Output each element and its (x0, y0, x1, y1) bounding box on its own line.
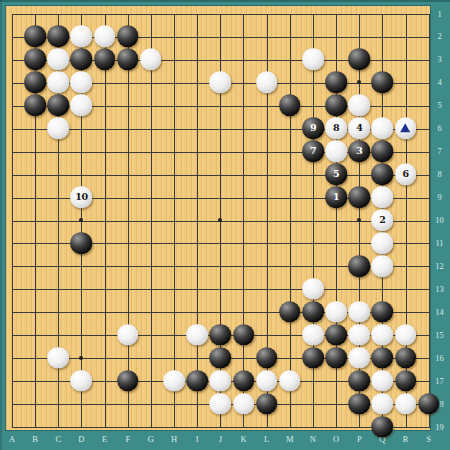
row-label-5: 5 (437, 100, 441, 110)
black-stone-C5 (48, 95, 70, 117)
move-number-9: 9 (310, 124, 316, 134)
white-stone-P14 (348, 301, 370, 323)
black-stone-Q14 (372, 301, 394, 323)
col-label-H: H (171, 434, 177, 444)
white-stone-C4 (48, 72, 70, 94)
black-stone-C2 (48, 26, 70, 48)
black-stone-P3 (348, 49, 370, 71)
black-stone-R16 (395, 347, 417, 369)
white-stone-C16 (48, 347, 70, 369)
col-label-I: I (196, 434, 199, 444)
white-stone-C3 (48, 49, 70, 71)
row-label-13: 13 (435, 284, 444, 294)
col-label-O: O (333, 434, 339, 444)
black-stone-D11 (71, 232, 93, 254)
white-stone-R18 (395, 393, 417, 415)
col-label-N: N (310, 434, 316, 444)
black-stone-M5 (279, 95, 301, 117)
black-stone-M14 (279, 301, 301, 323)
white-stone-Q9 (372, 186, 394, 208)
white-stone-J18 (210, 393, 232, 415)
white-stone-O6: 8 (325, 117, 347, 139)
col-label-L: L (264, 434, 269, 444)
black-stone-P7: 3 (348, 140, 370, 162)
move-number-5: 5 (333, 169, 339, 179)
star-point (79, 356, 83, 360)
black-stone-Q8 (372, 163, 394, 185)
black-stone-Q4 (372, 72, 394, 94)
white-stone-P5 (348, 95, 370, 117)
black-stone-P9 (348, 186, 370, 208)
row-label-1: 1 (437, 9, 441, 19)
white-stone-N13 (302, 278, 324, 300)
black-stone-F17 (117, 370, 139, 392)
black-stone-N16 (302, 347, 324, 369)
move-number-2: 2 (379, 215, 385, 225)
white-stone-R15 (395, 324, 417, 346)
black-stone-D3 (71, 49, 93, 71)
col-label-F: F (125, 434, 130, 444)
move-number-1: 1 (333, 192, 339, 202)
white-stone-P6: 4 (348, 117, 370, 139)
col-label-M: M (286, 434, 294, 444)
white-stone-D5 (71, 95, 93, 117)
col-label-J: J (219, 434, 222, 444)
black-stone-B5 (24, 95, 46, 117)
black-stone-O16 (325, 347, 347, 369)
row-label-12: 12 (435, 261, 444, 271)
white-stone-K18 (233, 393, 255, 415)
black-stone-F3 (117, 49, 139, 71)
white-stone-L17 (256, 370, 278, 392)
black-stone-B4 (24, 72, 46, 94)
black-stone-P18 (348, 393, 370, 415)
black-stone-K17 (233, 370, 255, 392)
black-stone-O4 (325, 72, 347, 94)
move-number-6: 6 (402, 169, 408, 179)
white-stone-P16 (348, 347, 370, 369)
white-stone-E2 (94, 26, 116, 48)
row-label-2: 2 (437, 31, 441, 41)
black-stone-P17 (348, 370, 370, 392)
black-stone-L18 (256, 393, 278, 415)
white-stone-C6 (48, 117, 70, 139)
white-stone-M17 (279, 370, 301, 392)
col-label-R: R (403, 434, 409, 444)
col-label-K: K (240, 434, 246, 444)
black-stone-O5 (325, 95, 347, 117)
white-stone-L4 (256, 72, 278, 94)
row-label-19: 19 (435, 422, 444, 432)
black-stone-Q19 (372, 416, 394, 438)
star-point (357, 218, 361, 222)
black-stone-L16 (256, 347, 278, 369)
row-label-10: 10 (435, 215, 444, 225)
white-stone-Q15 (372, 324, 394, 346)
black-stone-J16 (210, 347, 232, 369)
col-label-P: P (357, 434, 362, 444)
black-stone-B3 (24, 49, 46, 71)
white-stone-D2 (71, 26, 93, 48)
row-label-11: 11 (435, 238, 443, 248)
row-label-3: 3 (437, 54, 441, 64)
row-label-7: 7 (437, 146, 441, 156)
black-stone-B2 (24, 26, 46, 48)
col-label-D: D (78, 434, 84, 444)
star-point (218, 218, 222, 222)
star-point (79, 218, 83, 222)
move-number-8: 8 (333, 124, 339, 134)
col-label-C: C (55, 434, 61, 444)
row-label-8: 8 (437, 169, 441, 179)
white-stone-G3 (140, 49, 162, 71)
black-stone-R17 (395, 370, 417, 392)
white-stone-Q17 (372, 370, 394, 392)
black-stone-K15 (233, 324, 255, 346)
row-label-4: 4 (437, 77, 441, 87)
move-number-4: 4 (356, 124, 362, 134)
white-stone-Q18 (372, 393, 394, 415)
black-stone-O8: 5 (325, 163, 347, 185)
black-stone-N14 (302, 301, 324, 323)
black-stone-Q7 (372, 140, 394, 162)
white-stone-D9: 10 (71, 186, 93, 208)
white-stone-O14 (325, 301, 347, 323)
col-label-B: B (32, 434, 38, 444)
black-stone-O15 (325, 324, 347, 346)
white-stone-Q11 (372, 232, 394, 254)
white-stone-Q12 (372, 255, 394, 277)
white-stone-R8: 6 (395, 163, 417, 185)
row-label-9: 9 (437, 192, 441, 202)
black-stone-E3 (94, 49, 116, 71)
col-label-S: S (426, 434, 431, 444)
white-stone-F15 (117, 324, 139, 346)
col-label-A: A (9, 434, 15, 444)
move-number-10: 10 (75, 192, 87, 202)
white-stone-N3 (302, 49, 324, 71)
row-label-6: 6 (437, 123, 441, 133)
go-diagram-frame: ABCDEFGHIJKLMNOPQRS123456789101112131415… (0, 0, 450, 450)
row-label-17: 17 (435, 376, 444, 386)
triangle-mark-icon (401, 123, 411, 132)
black-stone-F2 (117, 26, 139, 48)
black-stone-Q16 (372, 347, 394, 369)
white-stone-Q6 (372, 117, 394, 139)
white-stone-Q10: 2 (372, 209, 394, 231)
move-number-7: 7 (310, 146, 316, 156)
white-stone-D4 (71, 72, 93, 94)
black-stone-N7: 7 (302, 140, 324, 162)
white-stone-H17 (163, 370, 185, 392)
col-label-G: G (148, 434, 154, 444)
black-stone-J15 (210, 324, 232, 346)
white-stone-I15 (186, 324, 208, 346)
black-stone-I17 (186, 370, 208, 392)
row-label-15: 15 (435, 330, 444, 340)
black-stone-O9: 1 (325, 186, 347, 208)
white-stone-R6 (395, 117, 417, 139)
move-number-3: 3 (356, 146, 362, 156)
white-stone-N15 (302, 324, 324, 346)
white-stone-J17 (210, 370, 232, 392)
black-stone-S18 (418, 393, 440, 415)
white-stone-P15 (348, 324, 370, 346)
star-point (357, 80, 361, 84)
white-stone-J4 (210, 72, 232, 94)
black-stone-P12 (348, 255, 370, 277)
white-stone-D17 (71, 370, 93, 392)
row-label-16: 16 (435, 353, 444, 363)
black-stone-N6: 9 (302, 117, 324, 139)
col-label-E: E (102, 434, 107, 444)
row-label-14: 14 (435, 307, 444, 317)
white-stone-O7 (325, 140, 347, 162)
